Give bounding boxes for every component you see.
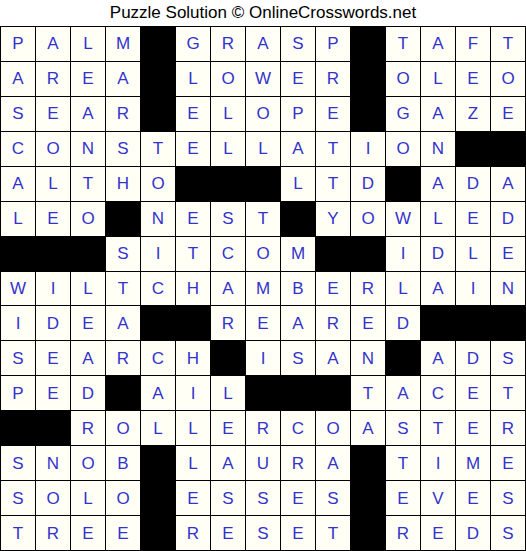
letter-cell-r2c6: L [176,62,210,96]
black-cell-r11c10 [316,376,350,410]
letter-cell-r8c5: C [141,272,175,306]
black-cell-r7c10 [316,237,350,271]
letter-cell-r5c9: L [281,167,315,201]
black-cell-r1c5 [141,27,175,61]
letter-cell-r5c15: A [491,167,525,201]
letter-cell-r13c1: S [1,446,35,480]
letter-cell-r7c5: I [141,237,175,271]
letter-cell-r1c1: P [1,27,35,61]
letter-cell-r13c10: A [316,446,350,480]
black-cell-r14c5 [141,481,175,515]
black-cell-r2c5 [141,62,175,96]
letter-cell-r7c7: C [211,237,245,271]
letter-cell-r3c10: E [316,97,350,131]
letter-cell-r12c6: L [176,411,210,445]
black-cell-r15c5 [141,516,175,550]
letter-cell-r8c12: L [386,272,420,306]
black-cell-r13c5 [141,446,175,480]
crossword-grid: PALMGRASPTAFTAREALOWEROLEOSEARELOPEGAZEC… [0,26,526,551]
letter-cell-r5c2: L [36,167,70,201]
letter-cell-r12c5: L [141,411,175,445]
letter-cell-r13c13: I [421,446,455,480]
letter-cell-r3c7: L [211,97,245,131]
letter-cell-r2c8: W [246,62,280,96]
letter-cell-r10c4: R [106,341,140,375]
letter-cell-r10c2: E [36,341,70,375]
letter-cell-r15c10: T [316,516,350,550]
letter-cell-r1c13: A [421,27,455,61]
letter-cell-r12c14: E [456,411,490,445]
letter-cell-r13c3: O [71,446,105,480]
letter-cell-r7c4: S [106,237,140,271]
letter-cell-r3c4: R [106,97,140,131]
letter-cell-r1c8: A [246,27,280,61]
letter-cell-r12c7: E [211,411,245,445]
black-cell-r9c15 [491,306,525,340]
letter-cell-r8c11: R [351,272,385,306]
letter-cell-r12c9: C [281,411,315,445]
letter-cell-r2c13: L [421,62,455,96]
black-cell-r10c12 [386,341,420,375]
letter-cell-r5c14: D [456,167,490,201]
black-cell-r11c8 [246,376,280,410]
letter-cell-r9c11: E [351,306,385,340]
letter-cell-r4c2: O [36,132,70,166]
letter-cell-r5c11: D [351,167,385,201]
letter-cell-r15c2: R [36,516,70,550]
letter-cell-r7c15: E [491,237,525,271]
letter-cell-r11c13: C [421,376,455,410]
letter-cell-r6c5: N [141,202,175,236]
letter-cell-r13c7: A [211,446,245,480]
letter-cell-r3c13: A [421,97,455,131]
letter-cell-r4c7: L [211,132,245,166]
letter-cell-r12c15: R [491,411,525,445]
letter-cell-r14c14: E [456,481,490,515]
black-cell-r9c13 [421,306,455,340]
black-cell-r13c11 [351,446,385,480]
letter-cell-r7c13: D [421,237,455,271]
letter-cell-r12c8: R [246,411,280,445]
black-cell-r3c5 [141,97,175,131]
letter-cell-r13c15: E [491,446,525,480]
black-cell-r11c4 [106,376,140,410]
letter-cell-r1c9: S [281,27,315,61]
letter-cell-r3c14: Z [456,97,490,131]
letter-cell-r10c8: I [246,341,280,375]
letter-cell-r2c15: O [491,62,525,96]
letter-cell-r13c2: N [36,446,70,480]
letter-cell-r8c3: L [71,272,105,306]
letter-cell-r2c2: R [36,62,70,96]
letter-cell-r3c8: O [246,97,280,131]
letter-cell-r15c3: E [71,516,105,550]
puzzle-solution-page: Puzzle Solution © OnlineCrosswords.net P… [0,0,526,551]
letter-cell-r9c1: I [1,306,35,340]
letter-cell-r2c1: A [1,62,35,96]
black-cell-r7c11 [351,237,385,271]
letter-cell-r15c12: R [386,516,420,550]
letter-cell-r13c6: L [176,446,210,480]
letter-cell-r6c12: W [386,202,420,236]
letter-cell-r9c2: D [36,306,70,340]
black-cell-r11c9 [281,376,315,410]
black-cell-r2c11 [351,62,385,96]
letter-cell-r13c9: R [281,446,315,480]
black-cell-r5c7 [211,167,245,201]
letter-cell-r7c9: M [281,237,315,271]
letter-cell-r6c14: E [456,202,490,236]
black-cell-r7c2 [36,237,70,271]
black-cell-r5c12 [386,167,420,201]
letter-cell-r4c11: I [351,132,385,166]
letter-cell-r10c13: A [421,341,455,375]
letter-cell-r4c13: N [421,132,455,166]
letter-cell-r11c2: E [36,376,70,410]
letter-cell-r5c5: O [141,167,175,201]
letter-cell-r12c11: A [351,411,385,445]
letter-cell-r7c12: I [386,237,420,271]
letter-cell-r1c15: T [491,27,525,61]
letter-cell-r2c3: E [71,62,105,96]
letter-cell-r11c6: I [176,376,210,410]
letter-cell-r12c4: O [106,411,140,445]
letter-cell-r1c7: R [211,27,245,61]
letter-cell-r14c2: O [36,481,70,515]
letter-cell-r15c9: E [281,516,315,550]
letter-cell-r11c14: E [456,376,490,410]
letter-cell-r14c9: E [281,481,315,515]
letter-cell-r12c3: R [71,411,105,445]
letter-cell-r6c2: E [36,202,70,236]
letter-cell-r6c8: T [246,202,280,236]
letter-cell-r15c8: S [246,516,280,550]
letter-cell-r8c14: I [456,272,490,306]
black-cell-r15c11 [351,516,385,550]
letter-cell-r5c4: H [106,167,140,201]
letter-cell-r7c6: T [176,237,210,271]
letter-cell-r12c10: O [316,411,350,445]
black-cell-r6c9 [281,202,315,236]
letter-cell-r5c10: T [316,167,350,201]
letter-cell-r11c1: P [1,376,35,410]
letter-cell-r1c12: T [386,27,420,61]
black-cell-r1c11 [351,27,385,61]
letter-cell-r15c7: E [211,516,245,550]
letter-cell-r11c7: L [211,376,245,410]
black-cell-r9c6 [176,306,210,340]
letter-cell-r11c3: D [71,376,105,410]
letter-cell-r5c3: T [71,167,105,201]
letter-cell-r15c15: S [491,516,525,550]
letter-cell-r1c14: F [456,27,490,61]
letter-cell-r14c4: O [106,481,140,515]
black-cell-r4c15 [491,132,525,166]
letter-cell-r8c10: E [316,272,350,306]
black-cell-r10c7 [211,341,245,375]
letter-cell-r10c9: S [281,341,315,375]
letter-cell-r6c13: L [421,202,455,236]
letter-cell-r14c13: V [421,481,455,515]
letter-cell-r3c12: G [386,97,420,131]
letter-cell-r15c4: E [106,516,140,550]
letter-cell-r8c8: M [246,272,280,306]
black-cell-r9c5 [141,306,175,340]
letter-cell-r11c12: A [386,376,420,410]
letter-cell-r4c5: T [141,132,175,166]
letter-cell-r9c12: D [386,306,420,340]
letter-cell-r6c3: O [71,202,105,236]
letter-cell-r6c15: D [491,202,525,236]
letter-cell-r8c6: H [176,272,210,306]
letter-cell-r12c13: T [421,411,455,445]
black-cell-r4c14 [456,132,490,166]
letter-cell-r11c5: A [141,376,175,410]
letter-cell-r9c8: E [246,306,280,340]
letter-cell-r8c4: T [106,272,140,306]
letter-cell-r5c13: A [421,167,455,201]
letter-cell-r6c1: L [1,202,35,236]
letter-cell-r3c2: E [36,97,70,131]
letter-cell-r14c15: S [491,481,525,515]
letter-cell-r1c3: L [71,27,105,61]
letter-cell-r8c2: I [36,272,70,306]
letter-cell-r6c10: Y [316,202,350,236]
letter-cell-r6c7: S [211,202,245,236]
letter-cell-r10c1: S [1,341,35,375]
letter-cell-r10c14: D [456,341,490,375]
black-cell-r12c2 [36,411,70,445]
letter-cell-r2c9: E [281,62,315,96]
letter-cell-r9c4: A [106,306,140,340]
letter-cell-r15c1: T [1,516,35,550]
letter-cell-r4c4: S [106,132,140,166]
letter-cell-r4c6: E [176,132,210,166]
letter-cell-r10c5: C [141,341,175,375]
letter-cell-r14c10: S [316,481,350,515]
letter-cell-r10c11: N [351,341,385,375]
letter-cell-r9c9: A [281,306,315,340]
letter-cell-r13c4: B [106,446,140,480]
letter-cell-r1c10: P [316,27,350,61]
letter-cell-r8c13: A [421,272,455,306]
letter-cell-r8c1: W [1,272,35,306]
letter-cell-r15c6: R [176,516,210,550]
black-cell-r12c1 [1,411,35,445]
letter-cell-r10c15: S [491,341,525,375]
letter-cell-r13c8: U [246,446,280,480]
letter-cell-r4c1: C [1,132,35,166]
letter-cell-r3c9: P [281,97,315,131]
letter-cell-r11c15: T [491,376,525,410]
black-cell-r6c4 [106,202,140,236]
letter-cell-r6c6: E [176,202,210,236]
letter-cell-r9c3: E [71,306,105,340]
letter-cell-r12c12: S [386,411,420,445]
letter-cell-r2c4: A [106,62,140,96]
black-cell-r14c11 [351,481,385,515]
letter-cell-r9c7: R [211,306,245,340]
letter-cell-r14c7: S [211,481,245,515]
letter-cell-r4c12: O [386,132,420,166]
letter-cell-r3c6: E [176,97,210,131]
letter-cell-r14c12: E [386,481,420,515]
letter-cell-r10c10: A [316,341,350,375]
black-cell-r5c8 [246,167,280,201]
letter-cell-r11c11: T [351,376,385,410]
letter-cell-r2c12: O [386,62,420,96]
black-cell-r3c11 [351,97,385,131]
letter-cell-r7c14: L [456,237,490,271]
letter-cell-r13c12: T [386,446,420,480]
letter-cell-r5c1: A [1,167,35,201]
letter-cell-r15c14: D [456,516,490,550]
letter-cell-r2c14: E [456,62,490,96]
letter-cell-r10c6: H [176,341,210,375]
letter-cell-r14c3: L [71,481,105,515]
letter-cell-r3c15: E [491,97,525,131]
letter-cell-r2c10: R [316,62,350,96]
letter-cell-r4c8: L [246,132,280,166]
letter-cell-r4c10: T [316,132,350,166]
letter-cell-r3c3: A [71,97,105,131]
letter-cell-r9c10: R [316,306,350,340]
black-cell-r7c3 [71,237,105,271]
letter-cell-r6c11: O [351,202,385,236]
letter-cell-r8c15: N [491,272,525,306]
letter-cell-r2c7: O [211,62,245,96]
letter-cell-r13c14: M [456,446,490,480]
letter-cell-r1c4: M [106,27,140,61]
letter-cell-r4c9: A [281,132,315,166]
letter-cell-r8c9: B [281,272,315,306]
letter-cell-r15c13: E [421,516,455,550]
letter-cell-r14c1: S [1,481,35,515]
black-cell-r5c6 [176,167,210,201]
black-cell-r7c1 [1,237,35,271]
letter-cell-r7c8: O [246,237,280,271]
letter-cell-r1c6: G [176,27,210,61]
letter-cell-r8c7: A [211,272,245,306]
letter-cell-r3c1: S [1,97,35,131]
black-cell-r9c14 [456,306,490,340]
letter-cell-r14c6: E [176,481,210,515]
letter-cell-r4c3: N [71,132,105,166]
page-title: Puzzle Solution © OnlineCrosswords.net [0,0,526,26]
letter-cell-r14c8: S [246,481,280,515]
letter-cell-r1c2: A [36,27,70,61]
letter-cell-r10c3: A [71,341,105,375]
